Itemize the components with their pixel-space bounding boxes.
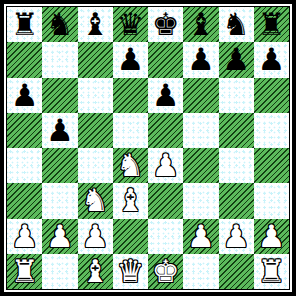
- piece-white-knight[interactable]: ♞: [81, 183, 109, 218]
- piece-black-queen[interactable]: ♛: [116, 7, 144, 42]
- square-b7[interactable]: [42, 42, 77, 77]
- piece-white-pawn[interactable]: ♟: [257, 219, 285, 254]
- square-g4[interactable]: [219, 148, 254, 183]
- square-h7[interactable]: ♟: [254, 42, 289, 77]
- square-g7[interactable]: ♟: [219, 42, 254, 77]
- piece-white-rook[interactable]: ♜: [257, 254, 285, 289]
- square-a6[interactable]: ♟: [7, 78, 42, 113]
- piece-white-king[interactable]: ♚: [152, 254, 180, 289]
- square-b6[interactable]: [42, 78, 77, 113]
- square-b2[interactable]: ♟: [42, 219, 77, 254]
- square-g8[interactable]: ♞: [219, 7, 254, 42]
- square-a4[interactable]: [7, 148, 42, 183]
- piece-black-knight[interactable]: ♞: [46, 7, 74, 42]
- square-g5[interactable]: [219, 113, 254, 148]
- piece-white-knight[interactable]: ♞: [116, 148, 144, 183]
- chess-board-frame: ♜♞♝♛♚♝♞♜♟♟♟♟♟♟♟♞♟♞♝♟♟♟♟♟♟♜♝♛♚♜: [0, 0, 296, 296]
- square-d3[interactable]: ♝: [113, 183, 148, 218]
- square-a2[interactable]: ♟: [7, 219, 42, 254]
- square-f5[interactable]: [183, 113, 218, 148]
- square-e2[interactable]: [148, 219, 183, 254]
- square-d8[interactable]: ♛: [113, 7, 148, 42]
- piece-white-pawn[interactable]: ♟: [187, 219, 215, 254]
- piece-black-pawn[interactable]: ♟: [222, 42, 250, 77]
- square-f6[interactable]: [183, 78, 218, 113]
- piece-black-pawn[interactable]: ♟: [11, 78, 39, 113]
- piece-black-pawn[interactable]: ♟: [46, 113, 74, 148]
- piece-black-bishop[interactable]: ♝: [187, 7, 215, 42]
- square-g2[interactable]: ♟: [219, 219, 254, 254]
- piece-black-rook[interactable]: ♜: [11, 7, 39, 42]
- square-e8[interactable]: ♚: [148, 7, 183, 42]
- square-f4[interactable]: [183, 148, 218, 183]
- square-f3[interactable]: [183, 183, 218, 218]
- square-a7[interactable]: [7, 42, 42, 77]
- piece-white-pawn[interactable]: ♟: [152, 148, 180, 183]
- square-b5[interactable]: ♟: [42, 113, 77, 148]
- piece-white-bishop[interactable]: ♝: [81, 254, 109, 289]
- square-b4[interactable]: [42, 148, 77, 183]
- square-h2[interactable]: ♟: [254, 219, 289, 254]
- piece-white-pawn[interactable]: ♟: [11, 219, 39, 254]
- square-f2[interactable]: ♟: [183, 219, 218, 254]
- square-d7[interactable]: ♟: [113, 42, 148, 77]
- square-h3[interactable]: [254, 183, 289, 218]
- square-e5[interactable]: [148, 113, 183, 148]
- square-d2[interactable]: [113, 219, 148, 254]
- piece-white-bishop[interactable]: ♝: [116, 183, 144, 218]
- square-b3[interactable]: [42, 183, 77, 218]
- square-c2[interactable]: ♟: [78, 219, 113, 254]
- piece-black-knight[interactable]: ♞: [222, 7, 250, 42]
- square-d4[interactable]: ♞: [113, 148, 148, 183]
- piece-white-pawn[interactable]: ♟: [81, 219, 109, 254]
- piece-black-pawn[interactable]: ♟: [152, 78, 180, 113]
- piece-black-rook[interactable]: ♜: [257, 7, 285, 42]
- square-a1[interactable]: ♜: [7, 254, 42, 289]
- piece-black-king[interactable]: ♚: [152, 7, 180, 42]
- square-h4[interactable]: [254, 148, 289, 183]
- square-e7[interactable]: [148, 42, 183, 77]
- square-d1[interactable]: ♛: [113, 254, 148, 289]
- square-d5[interactable]: [113, 113, 148, 148]
- square-c5[interactable]: [78, 113, 113, 148]
- piece-white-pawn[interactable]: ♟: [46, 219, 74, 254]
- square-h1[interactable]: ♜: [254, 254, 289, 289]
- square-g6[interactable]: [219, 78, 254, 113]
- square-f7[interactable]: ♟: [183, 42, 218, 77]
- square-b8[interactable]: ♞: [42, 7, 77, 42]
- square-a3[interactable]: [7, 183, 42, 218]
- square-b1[interactable]: [42, 254, 77, 289]
- square-e6[interactable]: ♟: [148, 78, 183, 113]
- square-c8[interactable]: ♝: [78, 7, 113, 42]
- square-h6[interactable]: [254, 78, 289, 113]
- square-f8[interactable]: ♝: [183, 7, 218, 42]
- square-e1[interactable]: ♚: [148, 254, 183, 289]
- square-e4[interactable]: ♟: [148, 148, 183, 183]
- square-c6[interactable]: [78, 78, 113, 113]
- square-h8[interactable]: ♜: [254, 7, 289, 42]
- square-c1[interactable]: ♝: [78, 254, 113, 289]
- piece-black-pawn[interactable]: ♟: [187, 42, 215, 77]
- square-h5[interactable]: [254, 113, 289, 148]
- square-g3[interactable]: [219, 183, 254, 218]
- piece-white-pawn[interactable]: ♟: [222, 219, 250, 254]
- piece-black-bishop[interactable]: ♝: [81, 7, 109, 42]
- square-c4[interactable]: [78, 148, 113, 183]
- piece-black-pawn[interactable]: ♟: [116, 42, 144, 77]
- square-c3[interactable]: ♞: [78, 183, 113, 218]
- square-a5[interactable]: [7, 113, 42, 148]
- square-g1[interactable]: [219, 254, 254, 289]
- chess-board: ♜♞♝♛♚♝♞♜♟♟♟♟♟♟♟♞♟♞♝♟♟♟♟♟♟♜♝♛♚♜: [6, 6, 290, 290]
- piece-white-rook[interactable]: ♜: [11, 254, 39, 289]
- square-c7[interactable]: [78, 42, 113, 77]
- piece-white-queen[interactable]: ♛: [116, 254, 144, 289]
- square-f1[interactable]: [183, 254, 218, 289]
- square-e3[interactable]: [148, 183, 183, 218]
- square-a8[interactable]: ♜: [7, 7, 42, 42]
- piece-black-pawn[interactable]: ♟: [257, 42, 285, 77]
- square-d6[interactable]: [113, 78, 148, 113]
